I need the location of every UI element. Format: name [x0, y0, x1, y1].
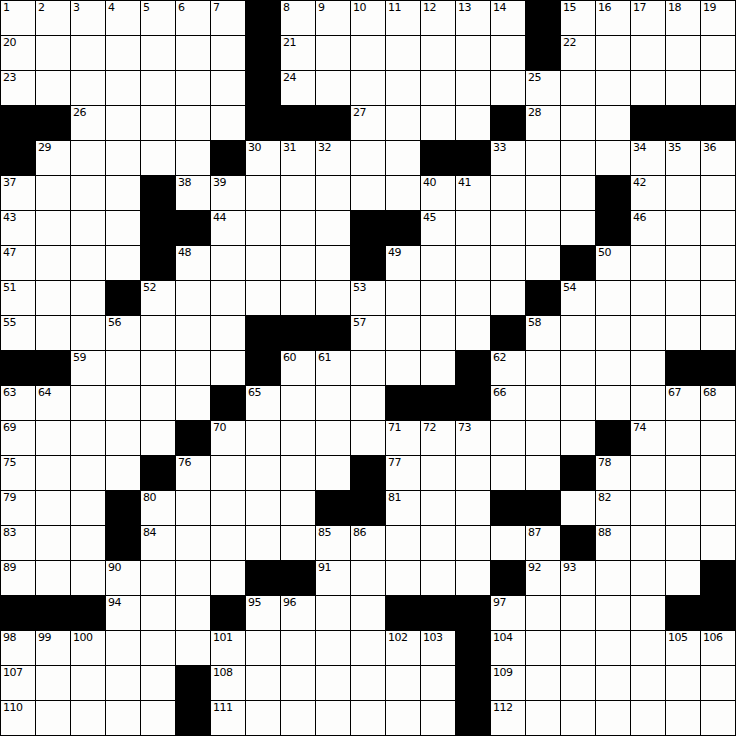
white-cell[interactable]: 108: [211, 666, 245, 700]
white-cell[interactable]: [596, 71, 630, 105]
white-cell[interactable]: [176, 36, 210, 70]
white-cell[interactable]: [176, 281, 210, 315]
white-cell[interactable]: 102: [386, 631, 420, 665]
white-cell[interactable]: [526, 666, 560, 700]
white-cell[interactable]: [421, 701, 455, 735]
white-cell[interactable]: [106, 211, 140, 245]
white-cell[interactable]: [211, 351, 245, 385]
white-cell[interactable]: [421, 106, 455, 140]
white-cell[interactable]: 2: [36, 1, 70, 35]
white-cell[interactable]: 88: [596, 526, 630, 560]
white-cell[interactable]: 11: [386, 1, 420, 35]
white-cell[interactable]: [71, 421, 105, 455]
white-cell[interactable]: [596, 281, 630, 315]
white-cell[interactable]: [631, 526, 665, 560]
white-cell[interactable]: 28: [526, 106, 560, 140]
white-cell[interactable]: [106, 71, 140, 105]
white-cell[interactable]: [71, 211, 105, 245]
white-cell[interactable]: [141, 351, 175, 385]
white-cell[interactable]: 19: [701, 1, 735, 35]
white-cell[interactable]: [491, 421, 525, 455]
white-cell[interactable]: [211, 561, 245, 595]
white-cell[interactable]: [351, 141, 385, 175]
white-cell[interactable]: [526, 421, 560, 455]
white-cell[interactable]: [141, 596, 175, 630]
white-cell[interactable]: 1: [1, 1, 35, 35]
white-cell[interactable]: [211, 526, 245, 560]
white-cell[interactable]: [71, 526, 105, 560]
white-cell[interactable]: 62: [491, 351, 525, 385]
white-cell[interactable]: 8: [281, 1, 315, 35]
white-cell[interactable]: 89: [1, 561, 35, 595]
white-cell[interactable]: 55: [1, 316, 35, 350]
white-cell[interactable]: 97: [491, 596, 525, 630]
white-cell[interactable]: [141, 141, 175, 175]
white-cell[interactable]: [36, 421, 70, 455]
white-cell[interactable]: [631, 666, 665, 700]
white-cell[interactable]: [176, 631, 210, 665]
white-cell[interactable]: [666, 666, 700, 700]
white-cell[interactable]: 15: [561, 1, 595, 35]
white-cell[interactable]: [386, 666, 420, 700]
white-cell[interactable]: [106, 421, 140, 455]
white-cell[interactable]: [316, 701, 350, 735]
white-cell[interactable]: [491, 246, 525, 280]
white-cell[interactable]: [631, 316, 665, 350]
white-cell[interactable]: 93: [561, 561, 595, 595]
white-cell[interactable]: 75: [1, 456, 35, 490]
white-cell[interactable]: [141, 386, 175, 420]
white-cell[interactable]: [456, 71, 490, 105]
white-cell[interactable]: [386, 141, 420, 175]
white-cell[interactable]: [71, 386, 105, 420]
white-cell[interactable]: 53: [351, 281, 385, 315]
white-cell[interactable]: 31: [281, 141, 315, 175]
white-cell[interactable]: [281, 386, 315, 420]
white-cell[interactable]: [246, 491, 280, 525]
white-cell[interactable]: 22: [561, 36, 595, 70]
white-cell[interactable]: [351, 421, 385, 455]
white-cell[interactable]: [386, 316, 420, 350]
white-cell[interactable]: 51: [1, 281, 35, 315]
white-cell[interactable]: [666, 421, 700, 455]
white-cell[interactable]: [316, 176, 350, 210]
white-cell[interactable]: 112: [491, 701, 525, 735]
white-cell[interactable]: 29: [36, 141, 70, 175]
white-cell[interactable]: [526, 386, 560, 420]
white-cell[interactable]: 109: [491, 666, 525, 700]
white-cell[interactable]: [561, 631, 595, 665]
white-cell[interactable]: [561, 701, 595, 735]
white-cell[interactable]: [491, 456, 525, 490]
white-cell[interactable]: [176, 106, 210, 140]
white-cell[interactable]: [596, 596, 630, 630]
white-cell[interactable]: [36, 666, 70, 700]
white-cell[interactable]: [36, 316, 70, 350]
white-cell[interactable]: [211, 36, 245, 70]
white-cell[interactable]: [386, 701, 420, 735]
white-cell[interactable]: [386, 561, 420, 595]
white-cell[interactable]: 69: [1, 421, 35, 455]
white-cell[interactable]: 10: [351, 1, 385, 35]
white-cell[interactable]: [246, 421, 280, 455]
white-cell[interactable]: 70: [211, 421, 245, 455]
white-cell[interactable]: [106, 36, 140, 70]
white-cell[interactable]: [701, 71, 735, 105]
white-cell[interactable]: [421, 281, 455, 315]
white-cell[interactable]: [701, 526, 735, 560]
white-cell[interactable]: [71, 71, 105, 105]
white-cell[interactable]: [526, 631, 560, 665]
white-cell[interactable]: [106, 351, 140, 385]
white-cell[interactable]: 50: [596, 246, 630, 280]
white-cell[interactable]: [631, 631, 665, 665]
white-cell[interactable]: [36, 36, 70, 70]
white-cell[interactable]: [491, 281, 525, 315]
white-cell[interactable]: 83: [1, 526, 35, 560]
white-cell[interactable]: [491, 71, 525, 105]
white-cell[interactable]: [316, 421, 350, 455]
white-cell[interactable]: [141, 36, 175, 70]
white-cell[interactable]: 67: [666, 386, 700, 420]
white-cell[interactable]: [631, 281, 665, 315]
white-cell[interactable]: [701, 176, 735, 210]
white-cell[interactable]: [211, 246, 245, 280]
white-cell[interactable]: [666, 491, 700, 525]
white-cell[interactable]: 74: [631, 421, 665, 455]
white-cell[interactable]: [36, 281, 70, 315]
white-cell[interactable]: [526, 456, 560, 490]
white-cell[interactable]: [246, 666, 280, 700]
white-cell[interactable]: 66: [491, 386, 525, 420]
white-cell[interactable]: [631, 351, 665, 385]
white-cell[interactable]: [36, 491, 70, 525]
white-cell[interactable]: 41: [456, 176, 490, 210]
white-cell[interactable]: [246, 701, 280, 735]
white-cell[interactable]: [351, 176, 385, 210]
white-cell[interactable]: [631, 491, 665, 525]
white-cell[interactable]: [561, 491, 595, 525]
white-cell[interactable]: [246, 526, 280, 560]
white-cell[interactable]: 6: [176, 1, 210, 35]
white-cell[interactable]: [36, 561, 70, 595]
white-cell[interactable]: [211, 71, 245, 105]
white-cell[interactable]: [351, 386, 385, 420]
white-cell[interactable]: 12: [421, 1, 455, 35]
white-cell[interactable]: [561, 211, 595, 245]
white-cell[interactable]: [246, 456, 280, 490]
white-cell[interactable]: [631, 561, 665, 595]
white-cell[interactable]: 7: [211, 1, 245, 35]
white-cell[interactable]: [386, 36, 420, 70]
white-cell[interactable]: [526, 246, 560, 280]
white-cell[interactable]: 79: [1, 491, 35, 525]
white-cell[interactable]: [316, 666, 350, 700]
white-cell[interactable]: 32: [316, 141, 350, 175]
white-cell[interactable]: 105: [666, 631, 700, 665]
white-cell[interactable]: [666, 211, 700, 245]
white-cell[interactable]: [281, 246, 315, 280]
white-cell[interactable]: [456, 316, 490, 350]
white-cell[interactable]: [526, 211, 560, 245]
white-cell[interactable]: 33: [491, 141, 525, 175]
white-cell[interactable]: [246, 281, 280, 315]
white-cell[interactable]: [36, 176, 70, 210]
white-cell[interactable]: 76: [176, 456, 210, 490]
white-cell[interactable]: [421, 351, 455, 385]
white-cell[interactable]: [246, 631, 280, 665]
white-cell[interactable]: 40: [421, 176, 455, 210]
white-cell[interactable]: [631, 71, 665, 105]
white-cell[interactable]: [351, 631, 385, 665]
white-cell[interactable]: [281, 701, 315, 735]
white-cell[interactable]: [421, 526, 455, 560]
white-cell[interactable]: 46: [631, 211, 665, 245]
white-cell[interactable]: 39: [211, 176, 245, 210]
white-cell[interactable]: 18: [666, 1, 700, 35]
white-cell[interactable]: [106, 631, 140, 665]
white-cell[interactable]: [666, 456, 700, 490]
white-cell[interactable]: [421, 456, 455, 490]
white-cell[interactable]: [141, 106, 175, 140]
white-cell[interactable]: 16: [596, 1, 630, 35]
white-cell[interactable]: [211, 106, 245, 140]
white-cell[interactable]: [526, 701, 560, 735]
white-cell[interactable]: [421, 491, 455, 525]
white-cell[interactable]: [701, 281, 735, 315]
white-cell[interactable]: [351, 701, 385, 735]
white-cell[interactable]: 98: [1, 631, 35, 665]
white-cell[interactable]: 95: [246, 596, 280, 630]
white-cell[interactable]: [316, 596, 350, 630]
white-cell[interactable]: [71, 141, 105, 175]
white-cell[interactable]: 25: [526, 71, 560, 105]
white-cell[interactable]: [666, 71, 700, 105]
white-cell[interactable]: 72: [421, 421, 455, 455]
white-cell[interactable]: [141, 71, 175, 105]
white-cell[interactable]: [106, 701, 140, 735]
white-cell[interactable]: [421, 666, 455, 700]
white-cell[interactable]: [456, 246, 490, 280]
white-cell[interactable]: 103: [421, 631, 455, 665]
white-cell[interactable]: 37: [1, 176, 35, 210]
white-cell[interactable]: [596, 106, 630, 140]
white-cell[interactable]: 85: [316, 526, 350, 560]
white-cell[interactable]: [211, 456, 245, 490]
white-cell[interactable]: [421, 316, 455, 350]
white-cell[interactable]: 34: [631, 141, 665, 175]
white-cell[interactable]: [71, 36, 105, 70]
white-cell[interactable]: [561, 71, 595, 105]
white-cell[interactable]: [596, 36, 630, 70]
white-cell[interactable]: 82: [596, 491, 630, 525]
white-cell[interactable]: [351, 71, 385, 105]
white-cell[interactable]: [666, 36, 700, 70]
white-cell[interactable]: 17: [631, 1, 665, 35]
white-cell[interactable]: [106, 246, 140, 280]
white-cell[interactable]: [246, 176, 280, 210]
white-cell[interactable]: 48: [176, 246, 210, 280]
white-cell[interactable]: [631, 386, 665, 420]
white-cell[interactable]: 13: [456, 1, 490, 35]
white-cell[interactable]: [666, 281, 700, 315]
white-cell[interactable]: [666, 561, 700, 595]
white-cell[interactable]: [561, 106, 595, 140]
white-cell[interactable]: 111: [211, 701, 245, 735]
white-cell[interactable]: [631, 246, 665, 280]
white-cell[interactable]: [106, 176, 140, 210]
white-cell[interactable]: 96: [281, 596, 315, 630]
white-cell[interactable]: 24: [281, 71, 315, 105]
white-cell[interactable]: 64: [36, 386, 70, 420]
white-cell[interactable]: [176, 316, 210, 350]
white-cell[interactable]: [281, 666, 315, 700]
white-cell[interactable]: [561, 421, 595, 455]
white-cell[interactable]: [36, 246, 70, 280]
white-cell[interactable]: [561, 666, 595, 700]
white-cell[interactable]: [701, 36, 735, 70]
white-cell[interactable]: [316, 71, 350, 105]
white-cell[interactable]: [596, 141, 630, 175]
white-cell[interactable]: 26: [71, 106, 105, 140]
white-cell[interactable]: 4: [106, 1, 140, 35]
white-cell[interactable]: 94: [106, 596, 140, 630]
white-cell[interactable]: [561, 141, 595, 175]
white-cell[interactable]: [71, 176, 105, 210]
white-cell[interactable]: [491, 176, 525, 210]
white-cell[interactable]: [71, 561, 105, 595]
white-cell[interactable]: [631, 456, 665, 490]
white-cell[interactable]: 71: [386, 421, 420, 455]
white-cell[interactable]: [281, 631, 315, 665]
white-cell[interactable]: 58: [526, 316, 560, 350]
white-cell[interactable]: [666, 316, 700, 350]
white-cell[interactable]: 43: [1, 211, 35, 245]
white-cell[interactable]: 104: [491, 631, 525, 665]
white-cell[interactable]: [351, 36, 385, 70]
white-cell[interactable]: [701, 456, 735, 490]
white-cell[interactable]: [421, 246, 455, 280]
white-cell[interactable]: [351, 561, 385, 595]
white-cell[interactable]: 42: [631, 176, 665, 210]
white-cell[interactable]: [701, 701, 735, 735]
white-cell[interactable]: [701, 246, 735, 280]
white-cell[interactable]: 30: [246, 141, 280, 175]
white-cell[interactable]: [491, 36, 525, 70]
white-cell[interactable]: [316, 281, 350, 315]
white-cell[interactable]: [176, 386, 210, 420]
white-cell[interactable]: [141, 561, 175, 595]
white-cell[interactable]: [701, 316, 735, 350]
white-cell[interactable]: 27: [351, 106, 385, 140]
white-cell[interactable]: [106, 666, 140, 700]
white-cell[interactable]: [491, 211, 525, 245]
white-cell[interactable]: [281, 176, 315, 210]
white-cell[interactable]: 38: [176, 176, 210, 210]
white-cell[interactable]: [456, 526, 490, 560]
white-cell[interactable]: [666, 701, 700, 735]
white-cell[interactable]: 63: [1, 386, 35, 420]
white-cell[interactable]: [386, 526, 420, 560]
white-cell[interactable]: [71, 456, 105, 490]
white-cell[interactable]: 54: [561, 281, 595, 315]
white-cell[interactable]: [666, 176, 700, 210]
white-cell[interactable]: 23: [1, 71, 35, 105]
white-cell[interactable]: [596, 631, 630, 665]
white-cell[interactable]: [141, 316, 175, 350]
white-cell[interactable]: [281, 421, 315, 455]
white-cell[interactable]: [246, 211, 280, 245]
white-cell[interactable]: 78: [596, 456, 630, 490]
white-cell[interactable]: 81: [386, 491, 420, 525]
white-cell[interactable]: 36: [701, 141, 735, 175]
white-cell[interactable]: [36, 526, 70, 560]
white-cell[interactable]: [36, 71, 70, 105]
white-cell[interactable]: 52: [141, 281, 175, 315]
white-cell[interactable]: 106: [701, 631, 735, 665]
white-cell[interactable]: [666, 246, 700, 280]
white-cell[interactable]: [176, 71, 210, 105]
white-cell[interactable]: 47: [1, 246, 35, 280]
white-cell[interactable]: 21: [281, 36, 315, 70]
white-cell[interactable]: 84: [141, 526, 175, 560]
white-cell[interactable]: 65: [246, 386, 280, 420]
white-cell[interactable]: [351, 596, 385, 630]
white-cell[interactable]: [561, 351, 595, 385]
white-cell[interactable]: [526, 176, 560, 210]
white-cell[interactable]: 59: [71, 351, 105, 385]
white-cell[interactable]: [281, 456, 315, 490]
white-cell[interactable]: [281, 211, 315, 245]
white-cell[interactable]: 5: [141, 1, 175, 35]
white-cell[interactable]: 45: [421, 211, 455, 245]
white-cell[interactable]: [596, 561, 630, 595]
white-cell[interactable]: 90: [106, 561, 140, 595]
white-cell[interactable]: [176, 141, 210, 175]
white-cell[interactable]: 99: [36, 631, 70, 665]
white-cell[interactable]: [211, 491, 245, 525]
white-cell[interactable]: 60: [281, 351, 315, 385]
white-cell[interactable]: [456, 211, 490, 245]
white-cell[interactable]: 100: [71, 631, 105, 665]
white-cell[interactable]: [701, 211, 735, 245]
white-cell[interactable]: 3: [71, 1, 105, 35]
white-cell[interactable]: 86: [351, 526, 385, 560]
white-cell[interactable]: 80: [141, 491, 175, 525]
white-cell[interactable]: [316, 246, 350, 280]
white-cell[interactable]: [701, 421, 735, 455]
white-cell[interactable]: [596, 666, 630, 700]
white-cell[interactable]: [631, 36, 665, 70]
white-cell[interactable]: [106, 106, 140, 140]
white-cell[interactable]: [141, 421, 175, 455]
white-cell[interactable]: 107: [1, 666, 35, 700]
white-cell[interactable]: [526, 141, 560, 175]
white-cell[interactable]: [176, 561, 210, 595]
white-cell[interactable]: [596, 316, 630, 350]
white-cell[interactable]: [106, 456, 140, 490]
white-cell[interactable]: 87: [526, 526, 560, 560]
white-cell[interactable]: [176, 491, 210, 525]
white-cell[interactable]: 68: [701, 386, 735, 420]
white-cell[interactable]: 61: [316, 351, 350, 385]
white-cell[interactable]: 44: [211, 211, 245, 245]
white-cell[interactable]: [316, 631, 350, 665]
white-cell[interactable]: [701, 666, 735, 700]
white-cell[interactable]: [176, 351, 210, 385]
white-cell[interactable]: 49: [386, 246, 420, 280]
white-cell[interactable]: [71, 281, 105, 315]
